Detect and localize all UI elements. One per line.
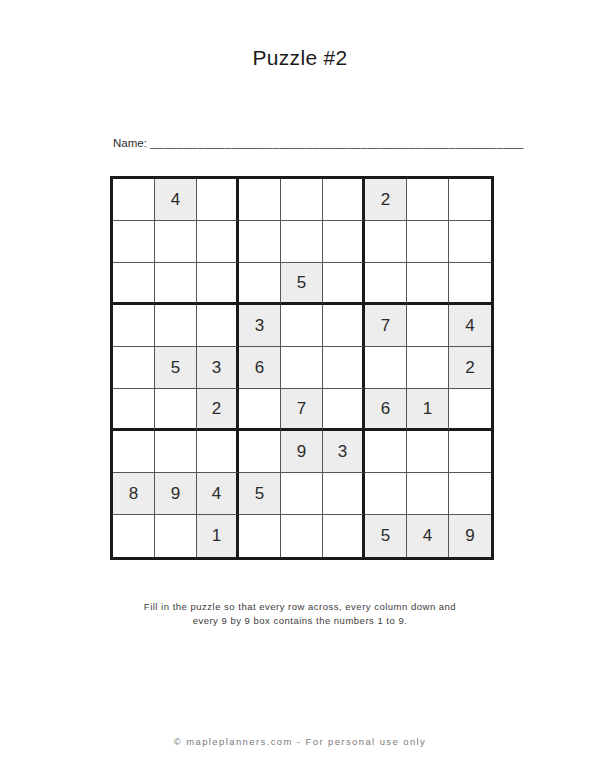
sudoku-cell-r7c1[interactable]: [113, 431, 155, 473]
sudoku-cell-r7c6: 3: [323, 431, 365, 473]
sudoku-grid-wrap: 425374536227619389451549: [110, 176, 494, 560]
sudoku-cell-r7c2[interactable]: [155, 431, 197, 473]
name-line: ________________________________________…: [150, 137, 524, 149]
sudoku-cell-r9c1[interactable]: [113, 515, 155, 557]
instructions-line1: Fill in the puzzle so that every row acr…: [0, 600, 600, 614]
sudoku-cell-r1c2: 4: [155, 179, 197, 221]
sudoku-cell-r2c7[interactable]: [365, 221, 407, 263]
sudoku-cell-r2c5[interactable]: [281, 221, 323, 263]
sudoku-cell-r1c1[interactable]: [113, 179, 155, 221]
sudoku-cell-r6c3: 2: [197, 389, 239, 431]
sudoku-cell-r8c8[interactable]: [407, 473, 449, 515]
sudoku-cell-r8c4: 5: [239, 473, 281, 515]
sudoku-cell-r6c2[interactable]: [155, 389, 197, 431]
sudoku-cell-r4c8[interactable]: [407, 305, 449, 347]
sudoku-cell-r6c9[interactable]: [449, 389, 491, 431]
sudoku-cell-r8c9[interactable]: [449, 473, 491, 515]
sudoku-cell-r3c2[interactable]: [155, 263, 197, 305]
name-label: Name:: [113, 137, 147, 149]
sudoku-cell-r8c1: 8: [113, 473, 155, 515]
sudoku-cell-r7c8[interactable]: [407, 431, 449, 473]
sudoku-cell-r2c8[interactable]: [407, 221, 449, 263]
sudoku-cell-r9c7: 5: [365, 515, 407, 557]
sudoku-cell-r9c3: 1: [197, 515, 239, 557]
sudoku-cell-r4c3[interactable]: [197, 305, 239, 347]
sudoku-cell-r4c7: 7: [365, 305, 407, 347]
sudoku-cell-r7c4[interactable]: [239, 431, 281, 473]
instructions: Fill in the puzzle so that every row acr…: [0, 600, 600, 628]
puzzle-title: Puzzle #2: [0, 46, 600, 70]
sudoku-cell-r5c7[interactable]: [365, 347, 407, 389]
sudoku-cell-r1c3[interactable]: [197, 179, 239, 221]
sudoku-cell-r1c4[interactable]: [239, 179, 281, 221]
sudoku-cell-r3c6[interactable]: [323, 263, 365, 305]
sudoku-cell-r9c8: 4: [407, 515, 449, 557]
sudoku-cell-r2c4[interactable]: [239, 221, 281, 263]
sudoku-cell-r9c9: 9: [449, 515, 491, 557]
sudoku-cell-r5c4: 6: [239, 347, 281, 389]
sudoku-cell-r5c5[interactable]: [281, 347, 323, 389]
sudoku-cell-r5c2: 5: [155, 347, 197, 389]
sudoku-cell-r2c1[interactable]: [113, 221, 155, 263]
sudoku-cell-r1c8[interactable]: [407, 179, 449, 221]
sudoku-cell-r3c4[interactable]: [239, 263, 281, 305]
sudoku-cell-r4c1[interactable]: [113, 305, 155, 347]
sudoku-cell-r2c2[interactable]: [155, 221, 197, 263]
sudoku-cell-r1c6[interactable]: [323, 179, 365, 221]
sudoku-cell-r4c5[interactable]: [281, 305, 323, 347]
sudoku-cell-r3c9[interactable]: [449, 263, 491, 305]
sudoku-cell-r9c5[interactable]: [281, 515, 323, 557]
name-field: Name: __________________________________…: [113, 137, 524, 149]
sudoku-cell-r5c8[interactable]: [407, 347, 449, 389]
puzzle-page: Puzzle #2 Name: ________________________…: [0, 0, 600, 776]
sudoku-cell-r2c3[interactable]: [197, 221, 239, 263]
sudoku-cell-r7c7[interactable]: [365, 431, 407, 473]
sudoku-cell-r2c9[interactable]: [449, 221, 491, 263]
sudoku-cell-r6c1[interactable]: [113, 389, 155, 431]
instructions-line2: every 9 by 9 box contains the numbers 1 …: [0, 614, 600, 628]
sudoku-cell-r6c6[interactable]: [323, 389, 365, 431]
sudoku-cell-r3c7[interactable]: [365, 263, 407, 305]
sudoku-cell-r8c2: 9: [155, 473, 197, 515]
sudoku-cell-r9c6[interactable]: [323, 515, 365, 557]
sudoku-cell-r7c9[interactable]: [449, 431, 491, 473]
sudoku-cell-r7c3[interactable]: [197, 431, 239, 473]
sudoku-grid: 425374536227619389451549: [110, 176, 494, 560]
sudoku-cell-r6c8: 1: [407, 389, 449, 431]
sudoku-cell-r9c4[interactable]: [239, 515, 281, 557]
sudoku-cell-r1c9[interactable]: [449, 179, 491, 221]
sudoku-cell-r8c5[interactable]: [281, 473, 323, 515]
sudoku-cell-r9c2[interactable]: [155, 515, 197, 557]
sudoku-cell-r6c7: 6: [365, 389, 407, 431]
sudoku-cell-r4c4: 3: [239, 305, 281, 347]
sudoku-cell-r4c6[interactable]: [323, 305, 365, 347]
sudoku-cell-r1c5[interactable]: [281, 179, 323, 221]
sudoku-cell-r1c7: 2: [365, 179, 407, 221]
sudoku-cell-r2c6[interactable]: [323, 221, 365, 263]
sudoku-cell-r7c5: 9: [281, 431, 323, 473]
sudoku-cell-r3c5: 5: [281, 263, 323, 305]
sudoku-cell-r4c2[interactable]: [155, 305, 197, 347]
sudoku-cell-r3c8[interactable]: [407, 263, 449, 305]
sudoku-cell-r4c9: 4: [449, 305, 491, 347]
sudoku-cell-r6c5: 7: [281, 389, 323, 431]
sudoku-cell-r8c7[interactable]: [365, 473, 407, 515]
sudoku-cell-r3c3[interactable]: [197, 263, 239, 305]
sudoku-cell-r5c9: 2: [449, 347, 491, 389]
sudoku-cell-r8c3: 4: [197, 473, 239, 515]
sudoku-cell-r5c1[interactable]: [113, 347, 155, 389]
sudoku-cell-r5c3: 3: [197, 347, 239, 389]
footer-text: © mapleplanners.com - For personal use o…: [0, 736, 600, 747]
sudoku-cell-r5c6[interactable]: [323, 347, 365, 389]
sudoku-cell-r6c4[interactable]: [239, 389, 281, 431]
sudoku-cell-r8c6[interactable]: [323, 473, 365, 515]
sudoku-cell-r3c1[interactable]: [113, 263, 155, 305]
